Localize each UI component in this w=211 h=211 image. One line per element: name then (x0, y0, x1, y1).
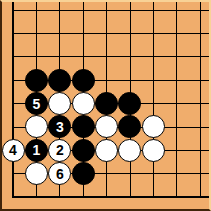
stone-white (95, 139, 118, 162)
stone-black (118, 115, 141, 138)
stone-black (118, 92, 141, 115)
stone-white (25, 115, 48, 138)
go-diagram: 534126 (0, 0, 211, 211)
stone-black (72, 115, 95, 138)
stone-black (95, 92, 118, 115)
stone-black (72, 139, 95, 162)
stone-white-move-2: 2 (48, 139, 71, 162)
stone-move-number: 2 (56, 143, 64, 157)
stone-white (25, 162, 48, 185)
stone-black (72, 69, 95, 92)
stone-move-number: 5 (32, 97, 40, 111)
stone-white (142, 139, 165, 162)
stone-black (25, 69, 48, 92)
stone-black-move-5: 5 (25, 92, 48, 115)
stone-white (72, 92, 95, 115)
stone-white-move-4: 4 (2, 139, 25, 162)
stone-white (95, 115, 118, 138)
stone-move-number: 1 (32, 143, 40, 157)
stone-white (118, 139, 141, 162)
stone-white (142, 115, 165, 138)
stone-black (72, 162, 95, 185)
stone-move-number: 4 (9, 143, 17, 157)
go-board: 534126 (1, 0, 211, 209)
stone-white (48, 92, 71, 115)
stone-move-number: 6 (56, 167, 64, 181)
stone-black (48, 69, 71, 92)
stone-move-number: 3 (56, 120, 64, 134)
stone-black-move-1: 1 (25, 139, 48, 162)
stone-white-move-6: 6 (48, 162, 71, 185)
stone-black-move-3: 3 (48, 115, 71, 138)
